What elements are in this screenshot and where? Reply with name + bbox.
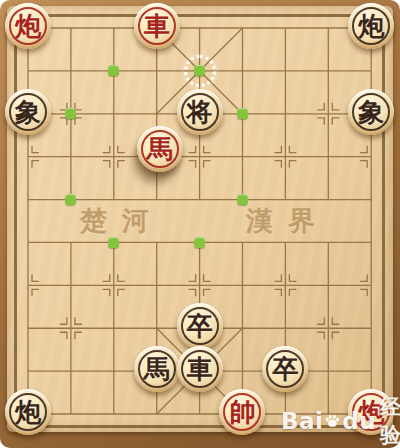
watermark-brand-part1: Bai (281, 408, 323, 434)
piece-glyph: 車 (144, 13, 170, 39)
piece-black-elephant[interactable]: 象 (5, 89, 51, 135)
move-hint-dot[interactable] (237, 108, 248, 119)
piece-red-general[interactable]: 帥 (219, 389, 265, 435)
piece-glyph: 炮 (15, 399, 41, 425)
piece-black-cannon[interactable]: 炮 (348, 3, 394, 49)
xiangqi-board[interactable]: 炮車炮象将象馬卒馬車卒炮帥炮 (7, 7, 393, 436)
move-hint-dot (194, 65, 205, 76)
baidu-paw-icon (325, 411, 340, 431)
watermark-product: 经验 (380, 393, 400, 448)
move-hint-dot[interactable] (65, 194, 76, 205)
xiangqi-app-screen: 楚河 漢界 炮車炮象将象馬卒馬車卒炮帥炮 Bai du 经验 jingyan.b… (0, 0, 400, 448)
piece-glyph: 象 (358, 99, 384, 125)
piece-black-general[interactable]: 将 (177, 89, 223, 135)
piece-red-horse[interactable]: 馬 (137, 126, 183, 172)
move-hint-highlight[interactable] (184, 55, 216, 87)
piece-glyph: 将 (187, 99, 213, 125)
piece-black-soldier[interactable]: 卒 (177, 303, 223, 349)
piece-red-cannon[interactable]: 炮 (5, 3, 51, 49)
move-hint-dot[interactable] (65, 108, 76, 119)
move-hint-dot[interactable] (194, 237, 205, 248)
watermark-brand-part2: du (342, 408, 376, 434)
move-hint-dot[interactable] (108, 65, 119, 76)
piece-glyph: 馬 (144, 356, 170, 382)
piece-black-elephant[interactable]: 象 (348, 89, 394, 135)
piece-black-chariot[interactable]: 車 (177, 346, 223, 392)
piece-black-cannon[interactable]: 炮 (5, 389, 51, 435)
piece-glyph: 帥 (229, 399, 255, 425)
piece-glyph: 象 (15, 99, 41, 125)
watermark-brand-row: Bai du 经验 (281, 393, 400, 448)
piece-glyph: 卒 (272, 356, 298, 382)
piece-glyph: 卒 (187, 313, 213, 339)
piece-black-horse[interactable]: 馬 (134, 346, 180, 392)
watermark: Bai du 经验 jingyan.baidu.com (281, 393, 400, 448)
piece-glyph: 炮 (358, 13, 384, 39)
piece-red-chariot[interactable]: 車 (134, 3, 180, 49)
piece-black-soldier[interactable]: 卒 (262, 346, 308, 392)
piece-glyph: 炮 (15, 13, 41, 39)
move-hint-dot[interactable] (108, 237, 119, 248)
piece-glyph: 車 (187, 356, 213, 382)
piece-glyph: 馬 (147, 136, 173, 162)
move-hint-dot[interactable] (237, 194, 248, 205)
